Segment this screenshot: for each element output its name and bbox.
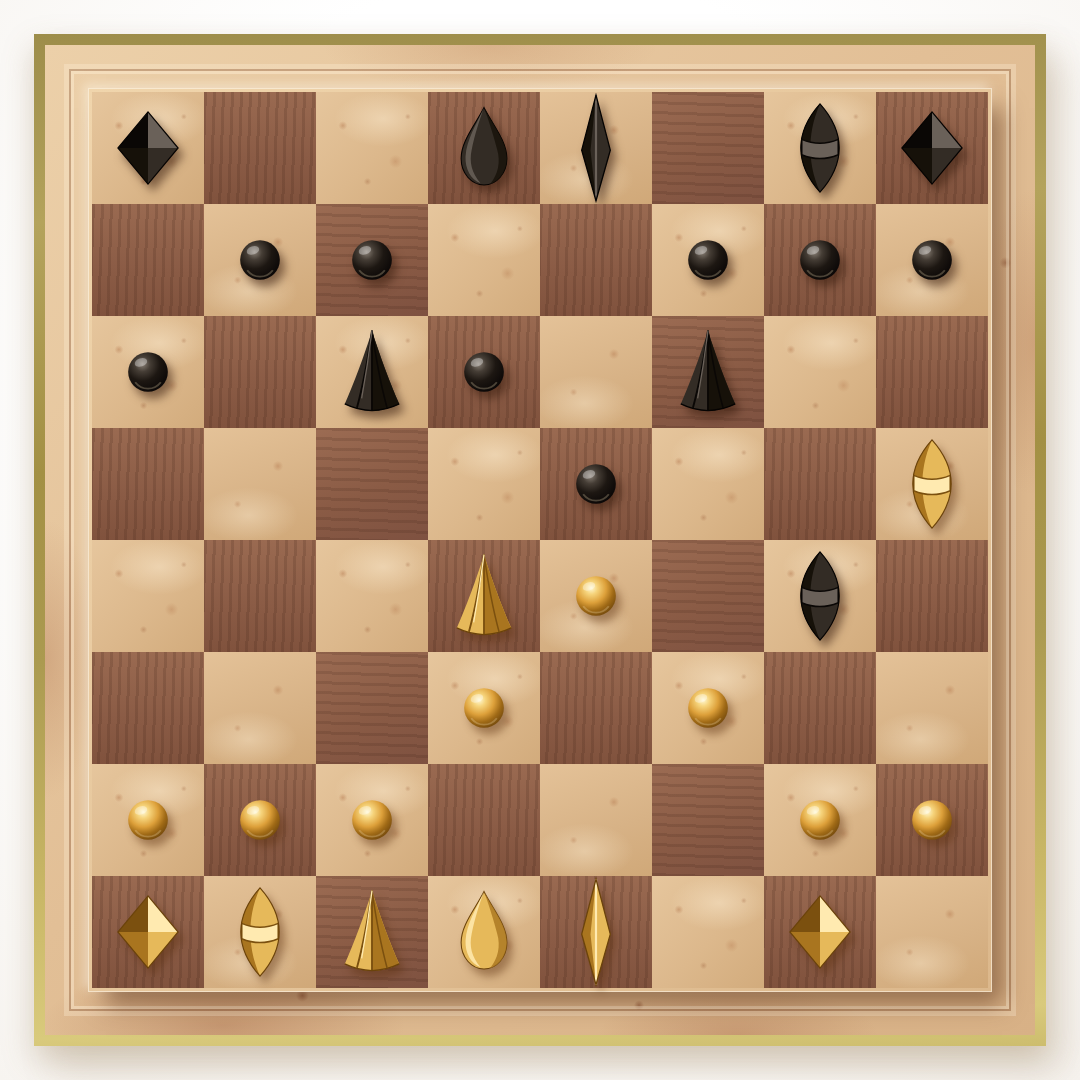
piece-black-knight — [772, 548, 868, 644]
square-a5 — [92, 428, 204, 540]
piece-black-pawn — [676, 228, 740, 292]
square-f3 — [652, 652, 764, 764]
square-c5 — [316, 428, 428, 540]
square-g6 — [764, 316, 876, 428]
piece-gold-knight — [212, 884, 308, 980]
piece-black-pawn — [564, 452, 628, 516]
square-f2 — [652, 764, 764, 876]
square-a7 — [92, 204, 204, 316]
square-g3 — [764, 652, 876, 764]
piece-gold-pawn — [900, 788, 964, 852]
square-g7 — [764, 204, 876, 316]
piece-gold-pawn — [452, 676, 516, 740]
square-g2 — [764, 764, 876, 876]
square-a1 — [92, 876, 204, 988]
piece-gold-pawn — [676, 676, 740, 740]
square-d3 — [428, 652, 540, 764]
piece-black-king — [541, 93, 651, 203]
square-c2 — [316, 764, 428, 876]
square-a6 — [92, 316, 204, 428]
piece-gold-pawn — [340, 788, 404, 852]
brass-outer-frame — [34, 34, 1046, 1046]
square-d1 — [428, 876, 540, 988]
piece-gold-rook — [777, 889, 863, 975]
square-b1 — [204, 876, 316, 988]
square-b5 — [204, 428, 316, 540]
square-h1 — [876, 876, 988, 988]
burl-wood-frame — [45, 45, 1035, 1035]
piece-gold-queen — [440, 888, 528, 976]
piece-black-pawn — [788, 228, 852, 292]
piece-gold-bishop — [437, 549, 531, 643]
square-g1 — [764, 876, 876, 988]
square-f7 — [652, 204, 764, 316]
square-g8 — [764, 92, 876, 204]
square-e8 — [540, 92, 652, 204]
square-f8 — [652, 92, 764, 204]
square-h8 — [876, 92, 988, 204]
square-h7 — [876, 204, 988, 316]
piece-black-rook — [105, 105, 191, 191]
square-h3 — [876, 652, 988, 764]
piece-black-knight — [772, 100, 868, 196]
square-e7 — [540, 204, 652, 316]
square-h4 — [876, 540, 988, 652]
piece-gold-pawn — [116, 788, 180, 852]
square-a3 — [92, 652, 204, 764]
piece-black-bishop — [325, 325, 419, 419]
square-c8 — [316, 92, 428, 204]
piece-black-pawn — [452, 340, 516, 404]
piece-black-pawn — [228, 228, 292, 292]
product-photo-background — [0, 0, 1080, 1080]
square-h2 — [876, 764, 988, 876]
piece-gold-pawn — [564, 564, 628, 628]
piece-black-pawn — [340, 228, 404, 292]
piece-gold-pawn — [788, 788, 852, 852]
square-f1 — [652, 876, 764, 988]
square-f6 — [652, 316, 764, 428]
square-d7 — [428, 204, 540, 316]
chess-board-grid — [92, 92, 988, 988]
piece-gold-king — [541, 877, 651, 987]
square-a2 — [92, 764, 204, 876]
square-b8 — [204, 92, 316, 204]
square-c3 — [316, 652, 428, 764]
piece-gold-rook — [105, 889, 191, 975]
piece-black-pawn — [900, 228, 964, 292]
square-g5 — [764, 428, 876, 540]
square-b6 — [204, 316, 316, 428]
piece-gold-knight — [884, 436, 980, 532]
piece-gold-pawn — [228, 788, 292, 852]
square-f5 — [652, 428, 764, 540]
square-c6 — [316, 316, 428, 428]
square-b4 — [204, 540, 316, 652]
square-d4 — [428, 540, 540, 652]
piece-black-bishop — [661, 325, 755, 419]
square-h5 — [876, 428, 988, 540]
square-d5 — [428, 428, 540, 540]
piece-black-pawn — [116, 340, 180, 404]
square-d8 — [428, 92, 540, 204]
square-b7 — [204, 204, 316, 316]
piece-gold-bishop — [325, 885, 419, 979]
square-f4 — [652, 540, 764, 652]
piece-black-rook — [889, 105, 975, 191]
piece-black-queen — [440, 104, 528, 192]
square-a8 — [92, 92, 204, 204]
square-a4 — [92, 540, 204, 652]
square-g4 — [764, 540, 876, 652]
square-c1 — [316, 876, 428, 988]
square-c4 — [316, 540, 428, 652]
square-c7 — [316, 204, 428, 316]
square-e1 — [540, 876, 652, 988]
square-d2 — [428, 764, 540, 876]
square-d6 — [428, 316, 540, 428]
square-e2 — [540, 764, 652, 876]
square-b2 — [204, 764, 316, 876]
square-e6 — [540, 316, 652, 428]
square-e5 — [540, 428, 652, 540]
board-surface — [88, 88, 992, 992]
square-b3 — [204, 652, 316, 764]
square-h6 — [876, 316, 988, 428]
square-e4 — [540, 540, 652, 652]
square-e3 — [540, 652, 652, 764]
